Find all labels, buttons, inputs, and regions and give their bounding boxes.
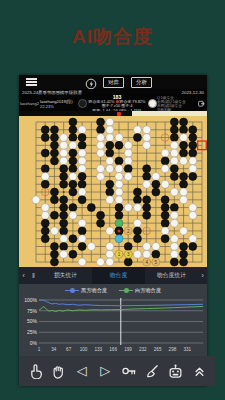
black-stone (50, 157, 58, 165)
white-stone (106, 134, 114, 142)
white-stone (143, 141, 151, 149)
white-stone (124, 172, 132, 180)
svg-text:331: 331 (183, 347, 191, 352)
analyze-tab-button[interactable]: 分析 (131, 77, 152, 88)
tab-match-rate-stats[interactable]: 吻合度统计 (145, 267, 198, 284)
ai-good-move-marker (115, 235, 123, 243)
white-stone (161, 180, 169, 188)
white-stone (78, 157, 86, 165)
white-stone (124, 204, 132, 212)
tab-loss-stats[interactable]: 损失统计 (39, 267, 92, 284)
black-stone (115, 157, 123, 165)
black-stone (69, 204, 77, 212)
white-stone (60, 235, 68, 243)
white-stone (161, 227, 169, 235)
black-stone (50, 126, 58, 134)
collapse-icon[interactable] (190, 362, 208, 380)
match-rate-chart[interactable]: 100%75%50%25%0%1346710013316619923226529… (19, 297, 207, 356)
white-stone (106, 250, 114, 258)
white-stone (170, 141, 178, 149)
svg-text:3: 3 (127, 252, 130, 257)
chart-legend: 黑方吻合度 白方吻合度 (19, 284, 207, 297)
black-stone (189, 134, 197, 142)
winrate-bar-marker (117, 112, 121, 116)
black-stone (50, 149, 58, 157)
black-stone (97, 211, 105, 219)
white-stone (106, 196, 114, 204)
white-stone (143, 242, 151, 250)
black-stone (170, 172, 178, 180)
white-stone (97, 258, 105, 266)
black-stone (78, 180, 86, 188)
black-stone (170, 118, 178, 126)
black-stone (161, 204, 169, 212)
white-stone (69, 211, 77, 219)
black-stone (133, 235, 141, 243)
black-stone (41, 235, 49, 243)
black-stone (115, 211, 123, 219)
white-stone (143, 134, 151, 142)
black-stone (78, 227, 86, 235)
black-stone (60, 219, 68, 227)
black-stone (133, 188, 141, 196)
white-stone (106, 165, 114, 173)
black-stone (69, 126, 77, 134)
black-stone (50, 188, 58, 196)
event-name: 2023-24赛季韩国围棋甲级联赛 (19, 90, 85, 95)
black-stone (60, 242, 68, 250)
white-stone (32, 196, 40, 204)
grab-hand-icon[interactable] (49, 362, 67, 380)
white-stone (115, 188, 123, 196)
white-stone (115, 165, 123, 173)
black-stone (69, 235, 77, 243)
black-stone (50, 242, 58, 250)
black-stone (152, 188, 160, 196)
white-stone (161, 165, 169, 173)
black-stone (189, 126, 197, 134)
legend-black-line-icon (65, 290, 79, 291)
black-stone (41, 180, 49, 188)
players-panel: laozhang2 laozhang2019(段) 22.23% 183 吻合度… (19, 96, 207, 111)
black-stone (97, 126, 105, 134)
white-stone (180, 227, 188, 235)
white-stone-icon (148, 99, 157, 108)
svg-text:75%: 75% (27, 308, 38, 314)
white-stone (78, 219, 86, 227)
white-stone (41, 204, 49, 212)
black-stone (189, 141, 197, 149)
black-stone (143, 204, 151, 212)
black-stone (180, 118, 188, 126)
black-stone (133, 227, 141, 235)
white-stone (97, 149, 105, 157)
white-stone (97, 134, 105, 142)
svg-text:232: 232 (139, 347, 147, 352)
white-stone (189, 204, 197, 212)
white-stone (143, 180, 151, 188)
svg-text:100%: 100% (24, 297, 37, 303)
white-stone (106, 227, 114, 235)
white-stone (189, 165, 197, 173)
white-stone (78, 258, 86, 266)
black-stone (152, 180, 160, 188)
svg-text:0%: 0% (30, 340, 38, 346)
menu-icon[interactable] (26, 78, 37, 86)
tabs-scroll-right[interactable]: › (198, 267, 207, 284)
export-icon[interactable] (197, 96, 207, 111)
bottom-toolbar: ◁ ▷ (19, 356, 215, 386)
white-stone (115, 172, 123, 180)
svg-text:100: 100 (80, 347, 88, 352)
black-stone (78, 141, 86, 149)
white-stone (133, 219, 141, 227)
black-stone (41, 134, 49, 142)
white-stone (170, 235, 178, 243)
white-stone (170, 250, 178, 258)
black-stone (50, 134, 58, 142)
black-stone (180, 180, 188, 188)
black-stone (143, 196, 151, 204)
black-stone (161, 211, 169, 219)
white-stone (170, 188, 178, 196)
black-stone (180, 141, 188, 149)
black-stone (50, 196, 58, 204)
white-stone (143, 126, 151, 134)
black-stone (50, 250, 58, 258)
black-stone (124, 165, 132, 173)
white-stone (41, 211, 49, 219)
black-stone (180, 250, 188, 258)
white-stone (170, 242, 178, 250)
black-stone (180, 242, 188, 250)
black-stone (78, 242, 86, 250)
white-stone (170, 211, 178, 219)
black-stone (69, 134, 77, 142)
black-stone (60, 227, 68, 235)
white-stone (69, 141, 77, 149)
play-tab-button[interactable]: 对弈 (103, 77, 124, 88)
black-stone (60, 211, 68, 219)
white-stone (97, 141, 105, 149)
white-stone (78, 235, 86, 243)
black-stone (78, 134, 86, 142)
app-top-bar: 对弈 分析 (19, 75, 207, 89)
black-stone (143, 211, 151, 219)
white-stone (152, 172, 160, 180)
white-stone (50, 227, 58, 235)
white-stone (60, 149, 68, 157)
white-stone (161, 149, 169, 157)
ai-best-move-marker (115, 219, 123, 227)
svg-text:2: 2 (127, 229, 130, 234)
game-date: 2023-12-30 (179, 90, 207, 95)
black-stone (189, 242, 197, 250)
white-stone (180, 188, 188, 196)
white-stone (170, 157, 178, 165)
black-stone (69, 165, 77, 173)
stats-tab-bar: ‹ ‖ 损失统计 吻合度 吻合度统计 › (19, 267, 207, 284)
svg-text:133: 133 (94, 347, 102, 352)
black-stone (133, 134, 141, 142)
white-stone (106, 157, 114, 165)
svg-text:166: 166 (109, 347, 117, 352)
svg-text:1: 1 (38, 347, 41, 352)
last-move-dot (117, 229, 120, 232)
clean-brush-icon[interactable] (143, 362, 161, 380)
black-stone (161, 196, 169, 204)
black-stone (161, 219, 169, 227)
key-icon[interactable] (120, 362, 138, 380)
black-stone (41, 126, 49, 134)
legend-white-match: 白方吻合度 (119, 287, 161, 294)
point-hand-icon[interactable] (26, 362, 44, 380)
svg-text:1: 1 (118, 252, 121, 257)
legend-black-match: 黑方吻合度 (65, 287, 107, 294)
white-stone (189, 157, 197, 165)
black-stone (124, 258, 132, 266)
black-stone (133, 196, 141, 204)
black-stone (60, 196, 68, 204)
white-stone (106, 242, 114, 250)
legend-white-line-icon (119, 290, 133, 291)
svg-text:199: 199 (124, 347, 132, 352)
black-stone (170, 204, 178, 212)
white-stone (180, 134, 188, 142)
black-stone (87, 204, 95, 212)
white-stone (60, 141, 68, 149)
black-stone (189, 149, 197, 157)
white-stone (115, 180, 123, 188)
black-stone (41, 165, 49, 173)
white-stone (78, 165, 86, 173)
black-stone (143, 165, 151, 173)
svg-text:298: 298 (169, 347, 177, 352)
white-stone (106, 258, 114, 266)
black-stone (124, 242, 132, 250)
black-stone (60, 204, 68, 212)
black-stone (60, 165, 68, 173)
white-stone (180, 157, 188, 165)
go-board[interactable]: 21345 (19, 116, 207, 267)
svg-text:265: 265 (154, 347, 162, 352)
black-stone (161, 235, 169, 243)
black-stone (60, 180, 68, 188)
black-stone (115, 204, 123, 212)
black-stone (180, 149, 188, 157)
black-stone (106, 141, 114, 149)
black-stone (69, 188, 77, 196)
white-stone (106, 118, 114, 126)
black-stone (41, 149, 49, 157)
black-stone (189, 172, 197, 180)
black-stone (143, 172, 151, 180)
svg-text:67: 67 (66, 347, 72, 352)
left-player-label: laozhang2 (19, 96, 40, 111)
white-stone (97, 172, 105, 180)
pause-icon[interactable]: ‖ (28, 267, 39, 284)
black-stone (50, 211, 58, 219)
black-stone (69, 149, 77, 157)
white-stone (170, 219, 178, 227)
svg-text:25%: 25% (27, 329, 38, 335)
black-stone (69, 250, 77, 258)
black-stone (41, 227, 49, 235)
black-stone (180, 126, 188, 134)
black-stone (106, 188, 114, 196)
white-stone (87, 242, 95, 250)
white-stone (189, 211, 197, 219)
black-stone (106, 149, 114, 157)
go-analysis-app: 对弈 分析 2023-24赛季韩国围棋甲级联赛 2023-12-30 laozh… (19, 75, 207, 386)
black-stone (78, 172, 86, 180)
svg-text:5: 5 (155, 260, 158, 265)
white-stone (133, 250, 141, 258)
black-stone (50, 258, 58, 266)
black-stone (115, 141, 123, 149)
white-stone (78, 126, 86, 134)
white-stone (133, 204, 141, 212)
black-stone (41, 219, 49, 227)
prev-move-icon[interactable]: ◁ (73, 362, 91, 380)
white-stone (143, 250, 151, 258)
black-stone (60, 172, 68, 180)
black-stone (50, 141, 58, 149)
black-stone (170, 134, 178, 142)
black-stone (170, 258, 178, 266)
tab-match-rate[interactable]: 吻合度 (92, 267, 145, 284)
black-stone (152, 250, 160, 258)
svg-text:50%: 50% (27, 318, 38, 324)
page-title: AI吻合度 (0, 24, 225, 50)
svg-text:4: 4 (145, 260, 148, 265)
white-stone (78, 188, 86, 196)
tabs-scroll-left[interactable]: ‹ (19, 267, 28, 284)
black-stone (170, 126, 178, 134)
black-stone (106, 180, 114, 188)
next-move-icon[interactable]: ▷ (96, 362, 114, 380)
white-stone (106, 126, 114, 134)
white-stone (60, 157, 68, 165)
white-stone (152, 242, 160, 250)
black-stone (69, 157, 77, 165)
white-stone (60, 134, 68, 142)
black-stone (180, 258, 188, 266)
black-player-rate: 22.23% (40, 104, 77, 109)
white-stone (124, 141, 132, 149)
white-stone (115, 134, 123, 142)
white-stone (97, 165, 105, 173)
white-stone (124, 149, 132, 157)
black-stone (97, 219, 105, 227)
black-stone (69, 118, 77, 126)
white-stone (170, 149, 178, 157)
white-stone (60, 250, 68, 258)
black-stone (170, 165, 178, 173)
white-stone (69, 172, 77, 180)
black-stone (69, 180, 77, 188)
white-stone (133, 126, 141, 134)
black-stone (161, 157, 169, 165)
white-stone (41, 172, 49, 180)
black-stone (97, 118, 105, 126)
white-stone (78, 149, 86, 157)
svg-text:34: 34 (51, 347, 57, 352)
black-stone-icon (78, 99, 87, 108)
robot-icon[interactable] (167, 362, 185, 380)
white-stone (189, 235, 197, 243)
black-stone (78, 196, 86, 204)
white-stone (180, 196, 188, 204)
black-stone (180, 172, 188, 180)
white-stone (115, 196, 123, 204)
white-stone (124, 157, 132, 165)
